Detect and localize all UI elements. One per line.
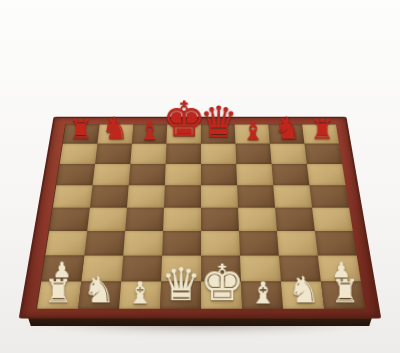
square-b3 xyxy=(84,231,125,256)
square-f5 xyxy=(237,185,275,207)
chess-set-photo: ♜♞♝♚♛♝♞♜♟♟♜♞♝♛♚♝♞♜ xyxy=(0,0,400,353)
square-c3 xyxy=(123,231,163,256)
ivory-bishop: ♝ xyxy=(126,278,153,308)
square-c7 xyxy=(130,144,166,164)
square-g7 xyxy=(270,144,307,164)
square-a6 xyxy=(56,164,95,185)
square-e6 xyxy=(201,164,237,185)
red-knight: ♞ xyxy=(101,113,129,144)
board-frame: ♜♞♝♚♛♝♞♜♟♟♜♞♝♛♚♝♞♜ xyxy=(19,117,382,319)
square-f1: ♝ xyxy=(241,281,283,308)
square-d1: ♛ xyxy=(160,281,201,308)
square-a8: ♜ xyxy=(63,124,100,143)
square-a1: ♜ xyxy=(37,281,81,308)
square-a2: ♟ xyxy=(41,256,84,282)
square-f7 xyxy=(235,144,271,164)
board-tilt-wrapper: ♜♞♝♚♛♝♞♜♟♟♜♞♝♛♚♝♞♜ xyxy=(19,117,382,319)
square-d6 xyxy=(165,164,201,185)
square-b2 xyxy=(81,256,123,282)
square-c4 xyxy=(125,208,164,231)
square-e1: ♚ xyxy=(201,281,242,308)
square-h7 xyxy=(304,144,342,164)
square-b8: ♞ xyxy=(97,124,133,143)
red-knight: ♞ xyxy=(273,113,301,144)
red-king: ♚ xyxy=(162,95,205,143)
ivory-bishop: ♝ xyxy=(249,278,276,308)
square-c5 xyxy=(127,185,165,207)
square-a5 xyxy=(53,185,93,207)
square-f8: ♝ xyxy=(235,124,270,143)
square-a7 xyxy=(60,144,98,164)
square-c2 xyxy=(121,256,162,282)
square-a4 xyxy=(49,208,90,231)
square-g2 xyxy=(279,256,321,282)
square-e4 xyxy=(201,208,239,231)
square-h4 xyxy=(312,208,353,231)
square-d5 xyxy=(164,185,201,207)
square-d2 xyxy=(161,256,201,282)
square-g1: ♞ xyxy=(281,281,324,308)
square-e2 xyxy=(201,256,241,282)
square-h3 xyxy=(315,231,357,256)
ivory-pawn: ♟ xyxy=(52,259,71,281)
square-f3 xyxy=(239,231,279,256)
ivory-king: ♚ xyxy=(199,258,244,308)
square-f2 xyxy=(240,256,281,282)
red-bishop: ♝ xyxy=(138,118,161,143)
square-f6 xyxy=(236,164,273,185)
square-d7 xyxy=(166,144,201,164)
square-e8: ♛ xyxy=(201,124,236,143)
square-h5 xyxy=(309,185,349,207)
ivory-pawn: ♟ xyxy=(331,259,350,281)
square-g5 xyxy=(273,185,312,207)
square-e5 xyxy=(201,185,238,207)
square-h1: ♜ xyxy=(321,281,365,308)
square-e3 xyxy=(201,231,240,256)
square-b1: ♞ xyxy=(78,281,121,308)
square-c6 xyxy=(129,164,166,185)
square-d4 xyxy=(163,208,201,231)
square-c8: ♝ xyxy=(132,124,167,143)
red-rook: ♜ xyxy=(310,116,334,143)
square-f4 xyxy=(238,208,277,231)
square-h2: ♟ xyxy=(318,256,361,282)
square-e7 xyxy=(201,144,236,164)
square-g8: ♞ xyxy=(268,124,304,143)
square-c1: ♝ xyxy=(119,281,161,308)
red-bishop: ♝ xyxy=(241,118,264,143)
ivory-rook: ♜ xyxy=(330,276,359,308)
chess-board: ♜♞♝♚♛♝♞♜♟♟♜♞♝♛♚♝♞♜ xyxy=(36,124,364,309)
square-b5 xyxy=(90,185,129,207)
square-d3 xyxy=(162,231,201,256)
red-queen: ♛ xyxy=(199,100,237,143)
square-g3 xyxy=(277,231,318,256)
square-h8: ♜ xyxy=(302,124,339,143)
square-h6 xyxy=(307,164,346,185)
red-rook: ♜ xyxy=(68,116,92,143)
square-a3 xyxy=(45,231,87,256)
square-b7 xyxy=(95,144,132,164)
square-d8: ♚ xyxy=(166,124,201,143)
square-b6 xyxy=(93,164,131,185)
ivory-rook: ♜ xyxy=(43,276,72,308)
square-b4 xyxy=(87,208,127,231)
square-g4 xyxy=(275,208,315,231)
square-g6 xyxy=(272,164,310,185)
